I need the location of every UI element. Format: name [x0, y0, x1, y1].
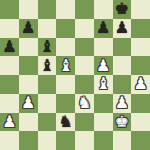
square-h5[interactable] [131, 56, 150, 75]
white-bishop-piece: ♝ [96, 76, 110, 92]
black-pawn-piece: ♟ [115, 20, 129, 36]
chess-board[interactable]: ♚♟♟♟♟♝♝♝♟♝♟♟♞♟♟♞♚ [0, 0, 150, 150]
square-e2[interactable] [75, 113, 94, 132]
black-pawn-piece: ♟ [21, 20, 35, 36]
square-h3[interactable] [131, 94, 150, 113]
black-bishop-piece: ♝ [40, 38, 54, 54]
square-f2[interactable] [94, 113, 113, 132]
square-c3[interactable] [38, 94, 57, 113]
square-d2[interactable]: ♞ [56, 113, 75, 132]
square-e7[interactable] [75, 19, 94, 38]
square-g3[interactable]: ♟ [113, 94, 132, 113]
square-f7[interactable]: ♟ [94, 19, 113, 38]
square-a4[interactable] [0, 75, 19, 94]
square-g2[interactable]: ♚ [113, 113, 132, 132]
square-f6[interactable] [94, 38, 113, 57]
white-pawn-piece: ♟ [133, 76, 147, 92]
square-b7[interactable]: ♟ [19, 19, 38, 38]
square-c2[interactable] [38, 113, 57, 132]
square-a6[interactable]: ♟ [0, 38, 19, 57]
square-c1[interactable] [38, 131, 57, 150]
square-b6[interactable] [19, 38, 38, 57]
square-d3[interactable] [56, 94, 75, 113]
white-pawn-piece: ♟ [96, 57, 110, 73]
square-b4[interactable] [19, 75, 38, 94]
square-h8[interactable] [131, 0, 150, 19]
square-a3[interactable] [0, 94, 19, 113]
black-pawn-piece: ♟ [2, 38, 16, 54]
square-c6[interactable]: ♝ [38, 38, 57, 57]
square-a5[interactable] [0, 56, 19, 75]
square-e3[interactable]: ♞ [75, 94, 94, 113]
white-pawn-piece: ♟ [115, 95, 129, 111]
square-f3[interactable] [94, 94, 113, 113]
square-c5[interactable]: ♝ [38, 56, 57, 75]
square-c7[interactable] [38, 19, 57, 38]
square-e1[interactable] [75, 131, 94, 150]
square-g1[interactable] [113, 131, 132, 150]
square-h1[interactable] [131, 131, 150, 150]
square-g8[interactable]: ♚ [113, 0, 132, 19]
white-knight-piece: ♞ [77, 95, 91, 111]
square-a7[interactable] [0, 19, 19, 38]
square-e5[interactable] [75, 56, 94, 75]
square-b1[interactable] [19, 131, 38, 150]
square-d4[interactable] [56, 75, 75, 94]
square-d5[interactable]: ♝ [56, 56, 75, 75]
square-b5[interactable] [19, 56, 38, 75]
square-a1[interactable] [0, 131, 19, 150]
square-f4[interactable]: ♝ [94, 75, 113, 94]
square-f1[interactable] [94, 131, 113, 150]
white-pawn-piece: ♟ [21, 95, 35, 111]
square-g4[interactable] [113, 75, 132, 94]
black-king-piece: ♚ [115, 1, 129, 17]
black-pawn-piece: ♟ [96, 20, 110, 36]
square-e4[interactable] [75, 75, 94, 94]
square-h7[interactable] [131, 19, 150, 38]
square-c8[interactable] [38, 0, 57, 19]
square-f5[interactable]: ♟ [94, 56, 113, 75]
square-h6[interactable] [131, 38, 150, 57]
square-b8[interactable] [19, 0, 38, 19]
square-b3[interactable]: ♟ [19, 94, 38, 113]
square-c4[interactable] [38, 75, 57, 94]
square-e8[interactable] [75, 0, 94, 19]
square-h2[interactable] [131, 113, 150, 132]
square-d6[interactable] [56, 38, 75, 57]
square-f8[interactable] [94, 0, 113, 19]
square-d1[interactable] [56, 131, 75, 150]
square-h4[interactable]: ♟ [131, 75, 150, 94]
square-b2[interactable] [19, 113, 38, 132]
square-a2[interactable]: ♟ [0, 113, 19, 132]
white-king-piece: ♚ [115, 113, 129, 129]
square-d8[interactable] [56, 0, 75, 19]
square-g6[interactable] [113, 38, 132, 57]
white-pawn-piece: ♟ [2, 113, 16, 129]
square-e6[interactable] [75, 38, 94, 57]
square-g7[interactable]: ♟ [113, 19, 132, 38]
square-g5[interactable] [113, 56, 132, 75]
white-bishop-piece: ♝ [58, 57, 72, 73]
black-bishop-piece: ♝ [40, 57, 54, 73]
square-d7[interactable] [56, 19, 75, 38]
square-a8[interactable] [0, 0, 19, 19]
black-knight-piece: ♞ [58, 113, 72, 129]
